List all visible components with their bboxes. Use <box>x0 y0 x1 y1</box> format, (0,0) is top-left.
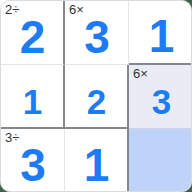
cage-clue-6-multiply-right: 6× <box>133 67 148 81</box>
cell-value: 3 <box>152 84 170 119</box>
cell-r1c0[interactable]: 1 <box>1 65 65 129</box>
cell-value: 1 <box>84 142 109 188</box>
cell-value: 2 <box>87 84 105 119</box>
cell-value: 1 <box>149 13 174 59</box>
cage-clue-3-divide: 3÷ <box>5 131 19 145</box>
cell-r2c2-selected[interactable] <box>129 129 192 192</box>
cell-value: 3 <box>84 14 109 60</box>
cage-clue-6-multiply: 6× <box>69 3 84 17</box>
cell-r0c2[interactable]: 1 <box>129 1 192 65</box>
kenken-board: 2÷ 2 6× 3 1 1 2 6× 3 3÷ 3 1 <box>0 0 192 192</box>
cell-r1c1[interactable]: 2 <box>65 65 129 129</box>
cell-value: 3 <box>20 142 45 188</box>
cage-clue-2-divide: 2÷ <box>5 3 19 17</box>
screenshot-root: 2÷ 2 6× 3 1 1 2 6× 3 3÷ 3 1 <box>0 0 192 192</box>
cell-value: 2 <box>20 14 45 60</box>
cell-r0c1[interactable]: 6× 3 <box>65 1 129 65</box>
cell-r1c2[interactable]: 6× 3 <box>129 65 192 129</box>
cell-r2c1[interactable]: 1 <box>65 129 129 192</box>
cell-value: 1 <box>23 84 41 119</box>
cell-r2c0[interactable]: 3÷ 3 <box>1 129 65 192</box>
cell-r0c0[interactable]: 2÷ 2 <box>1 1 65 65</box>
